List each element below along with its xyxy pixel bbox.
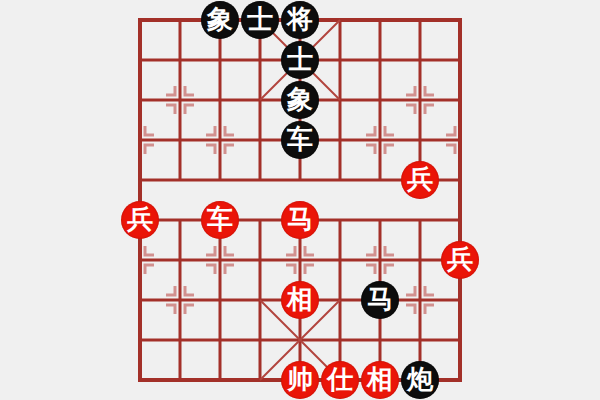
piece-red-chariot[interactable]: 车 (201, 201, 239, 239)
xiangqi-board: 象士将士象车兵兵车马兵相马帅仕相炮 (140, 20, 460, 380)
piece-black-advisor[interactable]: 士 (281, 41, 319, 79)
piece-red-general[interactable]: 帅 (281, 361, 319, 399)
piece-black-general[interactable]: 将 (281, 1, 319, 39)
piece-red-horse[interactable]: 马 (281, 201, 319, 239)
piece-black-cannon[interactable]: 炮 (401, 361, 439, 399)
xiangqi-screenshot: 象士将士象车兵兵车马兵相马帅仕相炮 (0, 0, 600, 400)
piece-black-horse[interactable]: 马 (361, 281, 399, 319)
piece-red-elephant[interactable]: 相 (281, 281, 319, 319)
piece-black-elephant[interactable]: 象 (201, 1, 239, 39)
piece-red-soldier[interactable]: 兵 (121, 201, 159, 239)
piece-red-soldier[interactable]: 兵 (401, 161, 439, 199)
piece-black-elephant[interactable]: 象 (281, 81, 319, 119)
piece-red-elephant[interactable]: 相 (361, 361, 399, 399)
piece-red-soldier[interactable]: 兵 (441, 241, 479, 279)
piece-black-advisor[interactable]: 士 (241, 1, 279, 39)
piece-red-advisor[interactable]: 仕 (321, 361, 359, 399)
piece-black-chariot[interactable]: 车 (281, 121, 319, 159)
